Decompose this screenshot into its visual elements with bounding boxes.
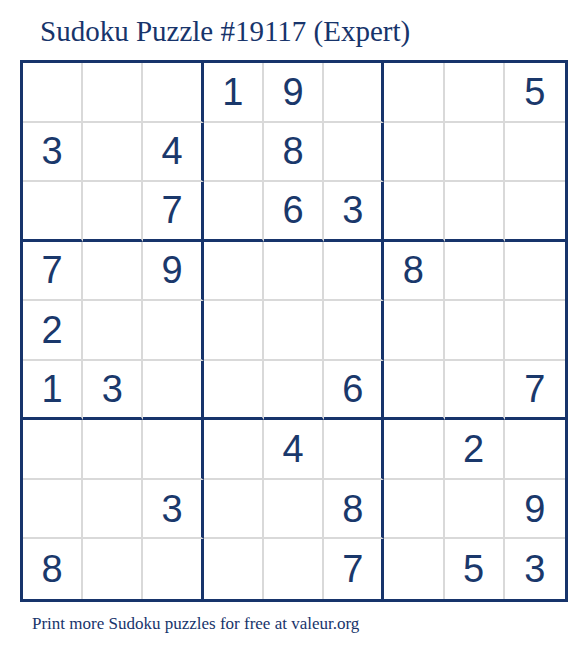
cell-r4c8[interactable]: [445, 242, 505, 302]
cell-r2c6[interactable]: [324, 123, 384, 183]
cell-r6c9[interactable]: 7: [505, 361, 565, 421]
cell-r2c8[interactable]: [445, 123, 505, 183]
cell-r8c8[interactable]: [445, 480, 505, 540]
cell-r6c4[interactable]: [204, 361, 264, 421]
cell-r2c5[interactable]: 8: [264, 123, 324, 183]
cell-r5c3[interactable]: [143, 301, 203, 361]
cell-r5c8[interactable]: [445, 301, 505, 361]
cell-r2c1[interactable]: 3: [23, 123, 83, 183]
cell-r3c8[interactable]: [445, 182, 505, 242]
cell-r1c9[interactable]: 5: [505, 63, 565, 123]
cell-r7c8[interactable]: 2: [445, 420, 505, 480]
page-title: Sudoku Puzzle #19117 (Expert): [40, 13, 410, 49]
cell-r9c4[interactable]: [204, 539, 264, 599]
cell-r1c4[interactable]: 1: [204, 63, 264, 123]
cell-r3c5[interactable]: 6: [264, 182, 324, 242]
cell-r4c6[interactable]: [324, 242, 384, 302]
cell-r3c6[interactable]: 3: [324, 182, 384, 242]
cell-r4c4[interactable]: [204, 242, 264, 302]
cell-r5c1[interactable]: 2: [23, 301, 83, 361]
cell-r6c1[interactable]: 1: [23, 361, 83, 421]
footer-note: Print more Sudoku puzzles for free at va…: [32, 614, 359, 634]
cell-r7c4[interactable]: [204, 420, 264, 480]
cell-r1c7[interactable]: [384, 63, 444, 123]
cell-r7c6[interactable]: [324, 420, 384, 480]
cell-r4c1[interactable]: 7: [23, 242, 83, 302]
cell-r2c2[interactable]: [83, 123, 143, 183]
cell-r3c1[interactable]: [23, 182, 83, 242]
cell-r3c9[interactable]: [505, 182, 565, 242]
cell-r9c3[interactable]: [143, 539, 203, 599]
cell-r6c6[interactable]: 6: [324, 361, 384, 421]
cell-r5c5[interactable]: [264, 301, 324, 361]
cell-r9c6[interactable]: 7: [324, 539, 384, 599]
cell-r8c1[interactable]: [23, 480, 83, 540]
cell-r4c2[interactable]: [83, 242, 143, 302]
cell-r6c2[interactable]: 3: [83, 361, 143, 421]
cell-r9c7[interactable]: [384, 539, 444, 599]
cell-r3c7[interactable]: [384, 182, 444, 242]
cell-r9c2[interactable]: [83, 539, 143, 599]
cell-r7c7[interactable]: [384, 420, 444, 480]
cell-r7c3[interactable]: [143, 420, 203, 480]
cell-r6c3[interactable]: [143, 361, 203, 421]
cell-r5c7[interactable]: [384, 301, 444, 361]
cell-r9c5[interactable]: [264, 539, 324, 599]
cell-r3c3[interactable]: 7: [143, 182, 203, 242]
cell-r2c3[interactable]: 4: [143, 123, 203, 183]
sudoku-grid: 19534876379821367423898753: [20, 60, 568, 602]
cell-r9c9[interactable]: 3: [505, 539, 565, 599]
cell-r2c9[interactable]: [505, 123, 565, 183]
cell-r2c7[interactable]: [384, 123, 444, 183]
cell-r7c9[interactable]: [505, 420, 565, 480]
cell-r1c2[interactable]: [83, 63, 143, 123]
cell-r1c3[interactable]: [143, 63, 203, 123]
cell-r8c2[interactable]: [83, 480, 143, 540]
cell-r5c4[interactable]: [204, 301, 264, 361]
cell-r7c1[interactable]: [23, 420, 83, 480]
cell-r3c2[interactable]: [83, 182, 143, 242]
cell-r8c5[interactable]: [264, 480, 324, 540]
cell-r8c3[interactable]: 3: [143, 480, 203, 540]
cell-r4c5[interactable]: [264, 242, 324, 302]
cell-r6c8[interactable]: [445, 361, 505, 421]
cell-r5c9[interactable]: [505, 301, 565, 361]
cell-r7c5[interactable]: 4: [264, 420, 324, 480]
cell-r1c5[interactable]: 9: [264, 63, 324, 123]
cell-r8c7[interactable]: [384, 480, 444, 540]
cell-r1c6[interactable]: [324, 63, 384, 123]
cell-r7c2[interactable]: [83, 420, 143, 480]
cell-r3c4[interactable]: [204, 182, 264, 242]
cell-r5c6[interactable]: [324, 301, 384, 361]
cell-r4c7[interactable]: 8: [384, 242, 444, 302]
cell-r8c9[interactable]: 9: [505, 480, 565, 540]
cell-r6c7[interactable]: [384, 361, 444, 421]
cell-r9c1[interactable]: 8: [23, 539, 83, 599]
cell-r8c4[interactable]: [204, 480, 264, 540]
cell-r1c1[interactable]: [23, 63, 83, 123]
cell-r4c3[interactable]: 9: [143, 242, 203, 302]
cell-r6c5[interactable]: [264, 361, 324, 421]
cell-r1c8[interactable]: [445, 63, 505, 123]
cell-r4c9[interactable]: [505, 242, 565, 302]
cell-r8c6[interactable]: 8: [324, 480, 384, 540]
cell-r5c2[interactable]: [83, 301, 143, 361]
cell-r2c4[interactable]: [204, 123, 264, 183]
cell-r9c8[interactable]: 5: [445, 539, 505, 599]
